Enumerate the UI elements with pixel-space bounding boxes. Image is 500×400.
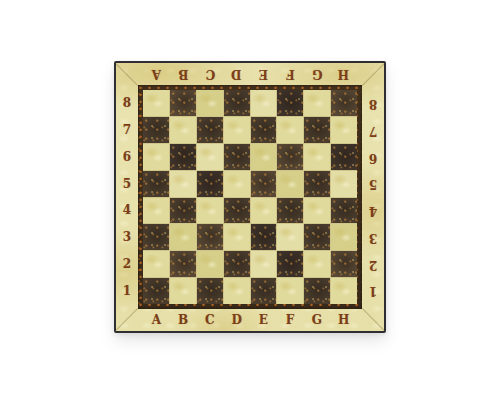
- square-e8[interactable]: [251, 90, 277, 116]
- square-e3[interactable]: [251, 224, 277, 250]
- square-d4[interactable]: [224, 198, 250, 224]
- square-g4[interactable]: [304, 198, 330, 224]
- square-c7[interactable]: [197, 117, 223, 143]
- ranks-left: 87654321: [116, 90, 138, 304]
- square-h1[interactable]: [331, 278, 357, 304]
- square-c8[interactable]: [197, 90, 223, 116]
- rank-label-right-3: 3: [362, 224, 384, 251]
- rank-label-right-7: 7: [362, 117, 384, 144]
- file-label-top-a: A: [143, 63, 170, 85]
- file-label-bottom-e: E: [250, 309, 277, 331]
- square-f8[interactable]: [277, 90, 303, 116]
- file-label-bottom-f: F: [277, 309, 304, 331]
- square-d1[interactable]: [224, 278, 250, 304]
- product-photo-stage: ABCDEFGH ABCDEFGH 87654321 87654321: [0, 0, 500, 400]
- square-h4[interactable]: [331, 198, 357, 224]
- square-c6[interactable]: [197, 144, 223, 170]
- rank-label-right-6: 6: [362, 144, 384, 171]
- square-g3[interactable]: [304, 224, 330, 250]
- rank-label-left-7: 7: [116, 117, 138, 144]
- square-c3[interactable]: [197, 224, 223, 250]
- square-h8[interactable]: [331, 90, 357, 116]
- rank-label-right-1: 1: [362, 277, 384, 304]
- miter-joint-top-left: [115, 63, 138, 86]
- square-f1[interactable]: [277, 278, 303, 304]
- squares-grid: [143, 90, 357, 304]
- square-d5[interactable]: [224, 171, 250, 197]
- rank-label-left-6: 6: [116, 144, 138, 171]
- square-g8[interactable]: [304, 90, 330, 116]
- square-d7[interactable]: [224, 117, 250, 143]
- file-label-top-g: G: [304, 63, 331, 85]
- square-d3[interactable]: [224, 224, 250, 250]
- rank-label-left-5: 5: [116, 170, 138, 197]
- square-a1[interactable]: [143, 278, 169, 304]
- square-g6[interactable]: [304, 144, 330, 170]
- square-c2[interactable]: [197, 251, 223, 277]
- miter-joint-bottom-left: [115, 308, 138, 331]
- file-label-top-e: E: [250, 63, 277, 85]
- square-e1[interactable]: [251, 278, 277, 304]
- square-e2[interactable]: [251, 251, 277, 277]
- square-f4[interactable]: [277, 198, 303, 224]
- files-bottom: ABCDEFGH: [143, 309, 357, 331]
- square-e5[interactable]: [251, 171, 277, 197]
- square-d6[interactable]: [224, 144, 250, 170]
- rank-label-right-8: 8: [362, 90, 384, 117]
- miter-joint-bottom-right: [362, 308, 385, 331]
- square-f7[interactable]: [277, 117, 303, 143]
- square-d8[interactable]: [224, 90, 250, 116]
- square-b5[interactable]: [170, 171, 196, 197]
- ranks-right: 87654321: [362, 90, 384, 304]
- square-a3[interactable]: [143, 224, 169, 250]
- rank-label-right-2: 2: [362, 251, 384, 278]
- rank-label-left-2: 2: [116, 251, 138, 278]
- square-g5[interactable]: [304, 171, 330, 197]
- square-b8[interactable]: [170, 90, 196, 116]
- square-a5[interactable]: [143, 171, 169, 197]
- square-b1[interactable]: [170, 278, 196, 304]
- square-e4[interactable]: [251, 198, 277, 224]
- square-h6[interactable]: [331, 144, 357, 170]
- file-label-top-b: B: [170, 63, 197, 85]
- square-a4[interactable]: [143, 198, 169, 224]
- file-label-top-c: C: [197, 63, 224, 85]
- square-b2[interactable]: [170, 251, 196, 277]
- square-f2[interactable]: [277, 251, 303, 277]
- square-h2[interactable]: [331, 251, 357, 277]
- square-h7[interactable]: [331, 117, 357, 143]
- square-a2[interactable]: [143, 251, 169, 277]
- file-label-bottom-h: H: [330, 309, 357, 331]
- square-g2[interactable]: [304, 251, 330, 277]
- square-e6[interactable]: [251, 144, 277, 170]
- file-label-top-f: F: [277, 63, 304, 85]
- square-a6[interactable]: [143, 144, 169, 170]
- square-b6[interactable]: [170, 144, 196, 170]
- square-c4[interactable]: [197, 198, 223, 224]
- square-f5[interactable]: [277, 171, 303, 197]
- square-f6[interactable]: [277, 144, 303, 170]
- square-b7[interactable]: [170, 117, 196, 143]
- file-label-bottom-g: G: [304, 309, 331, 331]
- square-e7[interactable]: [251, 117, 277, 143]
- square-c5[interactable]: [197, 171, 223, 197]
- rank-label-left-4: 4: [116, 197, 138, 224]
- files-top: ABCDEFGH: [143, 63, 357, 85]
- square-a8[interactable]: [143, 90, 169, 116]
- square-g7[interactable]: [304, 117, 330, 143]
- square-b4[interactable]: [170, 198, 196, 224]
- rank-label-left-1: 1: [116, 277, 138, 304]
- square-g1[interactable]: [304, 278, 330, 304]
- square-h3[interactable]: [331, 224, 357, 250]
- file-label-top-h: H: [330, 63, 357, 85]
- chess-board: ABCDEFGH ABCDEFGH 87654321 87654321: [114, 61, 386, 333]
- square-c1[interactable]: [197, 278, 223, 304]
- rank-label-left-3: 3: [116, 224, 138, 251]
- rank-label-right-5: 5: [362, 170, 384, 197]
- file-label-bottom-d: D: [223, 309, 250, 331]
- file-label-bottom-a: A: [143, 309, 170, 331]
- square-d2[interactable]: [224, 251, 250, 277]
- miter-joint-top-right: [362, 63, 385, 86]
- rank-label-left-8: 8: [116, 90, 138, 117]
- square-h5[interactable]: [331, 171, 357, 197]
- square-f3[interactable]: [277, 224, 303, 250]
- file-label-top-d: D: [223, 63, 250, 85]
- file-label-bottom-c: C: [197, 309, 224, 331]
- file-label-bottom-b: B: [170, 309, 197, 331]
- square-a7[interactable]: [143, 117, 169, 143]
- square-b3[interactable]: [170, 224, 196, 250]
- rank-label-right-4: 4: [362, 197, 384, 224]
